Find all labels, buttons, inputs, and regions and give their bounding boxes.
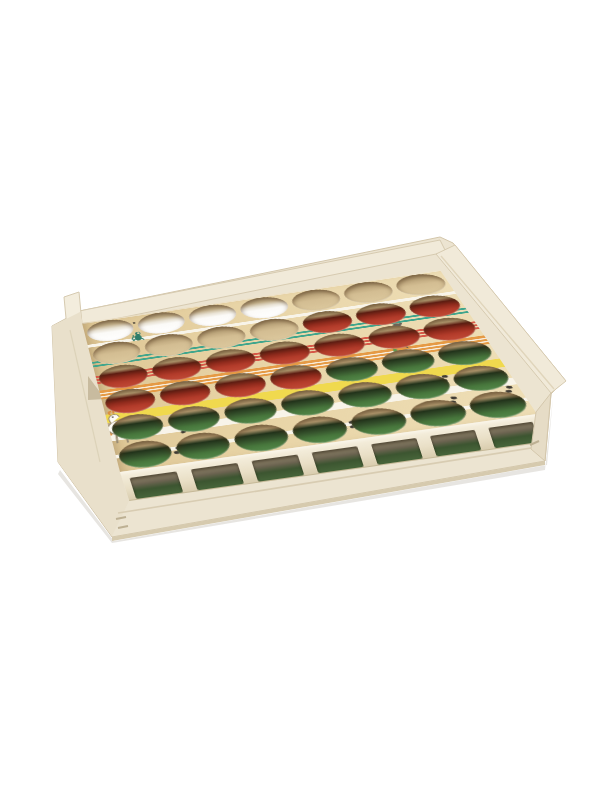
tray-right-side: [0, 0, 600, 800]
tray-right-rail-edge: [441, 256, 554, 389]
tray-right-rail: [436, 245, 566, 393]
tray-right-wall: [531, 393, 551, 461]
product-photo-page: [0, 0, 600, 800]
product-photo-stage: [0, 0, 600, 800]
